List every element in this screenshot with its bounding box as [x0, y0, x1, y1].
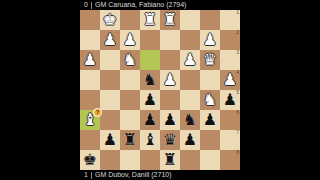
- piece-white-knight: ♞: [120, 50, 140, 70]
- square: [100, 150, 120, 170]
- piece-white-rook: ♜: [160, 10, 180, 30]
- square: [100, 70, 120, 90]
- square: [100, 50, 120, 70]
- square: ♞: [200, 90, 220, 110]
- square: ♛: [160, 130, 180, 150]
- blunder-badge: ?: [93, 108, 102, 117]
- square: 1: [220, 10, 240, 30]
- piece-white-king: ♚: [100, 10, 120, 30]
- piece-white-pawn: ♟: [120, 30, 140, 50]
- bottom-player-score: 1: [84, 170, 89, 180]
- square: ♟: [120, 30, 140, 50]
- square: [140, 30, 160, 50]
- square: ♜: [140, 10, 160, 30]
- square: [200, 130, 220, 150]
- square: ♜: [160, 150, 180, 170]
- square: [140, 150, 160, 170]
- square: [80, 10, 100, 30]
- square: ♞: [120, 50, 140, 70]
- square: ♟: [200, 30, 220, 50]
- square: [160, 90, 180, 110]
- square: ♚: [100, 10, 120, 30]
- square: [200, 150, 220, 170]
- piece-black-queen: ♛: [160, 130, 180, 150]
- piece-black-pawn: ♟: [140, 90, 160, 110]
- square: ♜: [160, 10, 180, 30]
- piece-black-pawn: ♟: [160, 110, 180, 130]
- square: [180, 30, 200, 50]
- square: ♟: [180, 50, 200, 70]
- top-player-score: 0: [84, 0, 89, 10]
- square: [120, 110, 140, 130]
- square: ♟: [80, 50, 100, 70]
- piece-black-knight: ♞: [140, 70, 160, 90]
- piece-black-bishop: ♝: [140, 130, 160, 150]
- square: 8: [220, 150, 240, 170]
- square: [80, 30, 100, 50]
- piece-black-knight: ♞: [180, 110, 200, 130]
- piece-black-rook: ♜: [120, 130, 140, 150]
- video-frame: 0 GM Caruana, Fabiano (2794) ♚♜♜1♟♟♟2♟♞♟…: [80, 0, 240, 180]
- piece-black-rook: ♜: [160, 150, 180, 170]
- square: [80, 90, 100, 110]
- square: [120, 70, 140, 90]
- top-player-name: GM Caruana, Fabiano (2794): [95, 0, 186, 10]
- piece-black-king: ♚: [80, 150, 100, 170]
- top-player-bar: 0 GM Caruana, Fabiano (2794): [80, 0, 240, 10]
- piece-black-pawn: ♟: [180, 130, 200, 150]
- square: ♟: [100, 130, 120, 150]
- score-name-separator: [91, 2, 92, 9]
- piece-black-pawn: ♟: [140, 110, 160, 130]
- piece-black-pawn: ♟: [100, 130, 120, 150]
- letterbox-stage: 0 GM Caruana, Fabiano (2794) ♚♜♜1♟♟♟2♟♞♟…: [0, 0, 320, 180]
- square: [200, 10, 220, 30]
- square: [180, 150, 200, 170]
- square: 6: [220, 110, 240, 130]
- square: [180, 90, 200, 110]
- square: [80, 70, 100, 90]
- rank-label: 7: [236, 130, 239, 135]
- piece-white-rook: ♜: [140, 10, 160, 30]
- piece-white-pawn: ♟: [160, 70, 180, 90]
- piece-white-pawn: ♟: [180, 50, 200, 70]
- piece-white-pawn: ♟: [80, 50, 100, 70]
- bottom-player-name: GM Dubov, Daniil (2710): [95, 170, 172, 180]
- square: ♞: [140, 70, 160, 90]
- square: [100, 90, 120, 110]
- piece-black-pawn: ♟: [200, 110, 220, 130]
- piece-black-pawn: ♟: [220, 90, 240, 110]
- square: ♟: [180, 130, 200, 150]
- square: 3: [220, 50, 240, 70]
- square: ♝: [140, 130, 160, 150]
- square: 2: [220, 30, 240, 50]
- square: [140, 50, 160, 70]
- square: [200, 70, 220, 90]
- piece-white-queen: ♛: [200, 50, 220, 70]
- square: ♜: [120, 130, 140, 150]
- square: [80, 130, 100, 150]
- piece-white-pawn: ♟: [100, 30, 120, 50]
- chess-board: ♚♜♜1♟♟♟2♟♞♟♛3♞♟4♟♟♞5♟♝?♟♟♞♟6♟♜♝♛♟7♚♜8: [80, 10, 240, 170]
- rank-label: 8: [236, 150, 239, 155]
- square: ♟: [100, 30, 120, 50]
- piece-white-pawn: ♟: [220, 70, 240, 90]
- square: 7: [220, 130, 240, 150]
- square: [100, 110, 120, 130]
- square: [120, 150, 140, 170]
- square: [160, 30, 180, 50]
- square: ♟: [140, 110, 160, 130]
- square: [180, 70, 200, 90]
- square: ♟: [160, 110, 180, 130]
- square: ♛: [200, 50, 220, 70]
- square: ♟: [140, 90, 160, 110]
- rank-label: 6: [236, 110, 239, 115]
- rank-label: 1: [236, 10, 239, 15]
- square: 4♟: [220, 70, 240, 90]
- square: [120, 90, 140, 110]
- square: [160, 50, 180, 70]
- square: ♚: [80, 150, 100, 170]
- square: [120, 10, 140, 30]
- square: ♞: [180, 110, 200, 130]
- piece-white-knight: ♞: [200, 90, 220, 110]
- piece-white-pawn: ♟: [200, 30, 220, 50]
- score-name-separator: [91, 172, 92, 179]
- square: ♟: [160, 70, 180, 90]
- rank-label: 2: [236, 30, 239, 35]
- bottom-player-bar: 1 GM Dubov, Daniil (2710): [80, 170, 240, 180]
- square: ♟: [200, 110, 220, 130]
- rank-label: 3: [236, 50, 239, 55]
- square: 5♟: [220, 90, 240, 110]
- square: ♝?: [80, 110, 100, 130]
- square: [180, 10, 200, 30]
